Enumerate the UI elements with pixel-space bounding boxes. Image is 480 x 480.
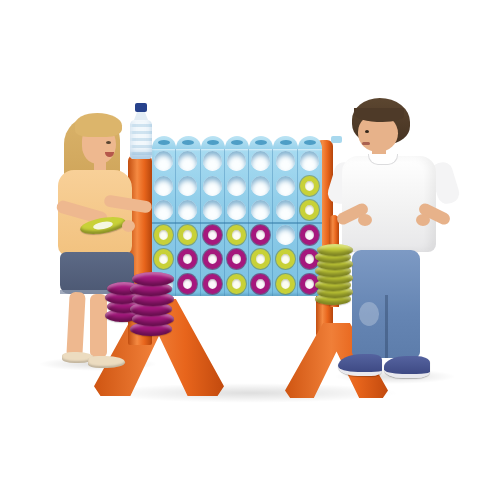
board-cell-r3c2 [176,198,200,223]
boy-right-hand [416,214,430,226]
drop-slot [207,140,219,145]
girl-hand [122,220,135,232]
disc-yellow [227,225,246,245]
boy-left-sneaker [338,354,382,376]
board-cell-r6c2 [176,272,200,297]
hole-empty [300,151,319,171]
hole-empty [178,176,197,196]
girl-front-leg [90,294,107,358]
board-cell-r4c7 [298,223,322,248]
boy-mouth [362,142,370,145]
boy-right-sneaker [384,356,430,378]
drop-slot [280,140,292,145]
board-cell-r5c4 [225,247,249,272]
board-cell-r6c3 [201,272,225,297]
disc-purple [300,225,319,245]
girl-eye [106,141,111,144]
hole-empty [251,176,270,196]
hole-empty [251,200,270,220]
disc-purple [251,274,270,294]
board-cell-r3c4 [225,198,249,223]
board-cell-r1c3 [201,149,225,174]
boy-eye [365,130,369,133]
girl-front-shoe [88,356,125,368]
spare-ring [317,244,353,256]
board-cell-r2c6 [273,174,297,199]
boy-collar [368,154,398,165]
board-cell-r4c6 [273,223,297,248]
board-cell-r4c2 [176,223,200,248]
board-cell-r1c5 [249,149,273,174]
board-cell-r4c4 [225,223,249,248]
board-cell-r3c6 [273,198,297,223]
board-cell-r1c2 [176,149,200,174]
hole-empty [276,151,295,171]
board-cell-r6c5 [249,272,273,297]
disc-yellow [276,274,295,294]
disc-purple [203,274,222,294]
board-cell-r6c6 [273,272,297,297]
hole-empty [203,176,222,196]
scene [0,0,480,480]
hole-empty [178,200,197,220]
disc-purple [178,249,197,269]
board-cell-r2c5 [249,174,273,199]
board-cell-r4c3 [201,223,225,248]
board-cell-r1c7 [298,149,322,174]
hole-empty [227,151,246,171]
hole-empty [203,151,222,171]
hole-empty [227,200,246,220]
bottle-cap [135,103,147,112]
board-cell-r3c5 [249,198,273,223]
board-seam [152,222,322,224]
board-cell-r2c7 [298,174,322,199]
ring-stack-right [316,245,352,305]
board-cell-r3c7 [298,198,322,223]
board-cell-r2c4 [225,174,249,199]
disc-purple [251,225,270,245]
disc-purple [203,225,222,245]
disc-yellow [300,200,319,220]
hole-empty [276,200,295,220]
hole-empty [251,151,270,171]
hole-empty [276,225,295,245]
disc-purple [203,249,222,269]
disc-purple [227,249,246,269]
board-cell-r2c2 [176,174,200,199]
drop-slot [304,140,316,145]
boy-left-hand [358,214,372,226]
board-cell-r1c4 [225,149,249,174]
board-bottom-scallops [152,294,322,305]
hole-empty [276,176,295,196]
disc-yellow [300,176,319,196]
hole-empty [178,151,197,171]
board-cell-r3c3 [201,198,225,223]
board-cell-r1c6 [273,149,297,174]
disc-yellow [178,225,197,245]
disc-yellow [276,249,295,269]
board-cell-r5c5 [249,247,273,272]
board-cell-r5c2 [176,247,200,272]
disc-yellow [227,274,246,294]
board-cell-r2c3 [201,174,225,199]
spare-ring [132,272,174,286]
boy-figure [334,96,454,386]
board-cell-r5c6 [273,247,297,272]
drop-slot [255,140,267,145]
disc-purple [178,274,197,294]
board-cell-r6c4 [225,272,249,297]
drop-slot [182,140,194,145]
girl-bangs [75,113,122,137]
ring-stack-left-large [131,270,173,336]
disc-yellow [251,249,270,269]
board-cell-r5c3 [201,247,225,272]
drop-slot [231,140,243,145]
boy-jeans [352,250,420,358]
hole-empty [227,176,246,196]
girl-back-leg [66,292,85,359]
board-cell-r4c5 [249,223,273,248]
hole-empty [203,200,222,220]
